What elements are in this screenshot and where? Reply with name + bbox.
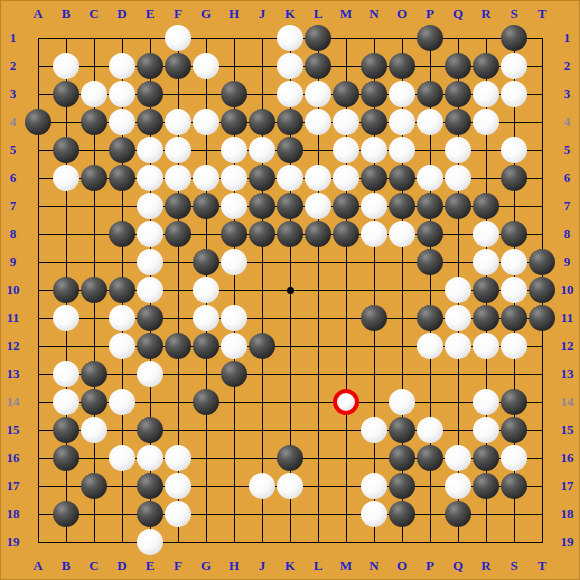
point-H2[interactable] <box>220 52 248 80</box>
white-stone-K17 <box>277 473 303 499</box>
point-T14[interactable] <box>528 388 556 416</box>
point-C1[interactable] <box>80 24 108 52</box>
point-R19[interactable] <box>472 528 500 556</box>
point-A12[interactable] <box>24 332 52 360</box>
row-label-8: 8 <box>558 220 576 248</box>
point-O19[interactable] <box>388 528 416 556</box>
row-label-2: 2 <box>558 52 576 80</box>
point-F11[interactable] <box>164 304 192 332</box>
point-A15[interactable] <box>24 416 52 444</box>
point-A11[interactable] <box>24 304 52 332</box>
point-S19[interactable] <box>500 528 528 556</box>
point-N1[interactable] <box>360 24 388 52</box>
point-M19[interactable] <box>332 528 360 556</box>
point-L12[interactable] <box>304 332 332 360</box>
point-T7[interactable] <box>528 192 556 220</box>
point-T19[interactable] <box>528 528 556 556</box>
white-stone-S16 <box>501 445 527 471</box>
point-T6[interactable] <box>528 164 556 192</box>
point-L18[interactable] <box>304 500 332 528</box>
point-K12[interactable] <box>276 332 304 360</box>
point-B1[interactable] <box>52 24 80 52</box>
black-stone-R16 <box>473 445 499 471</box>
point-L13[interactable] <box>304 360 332 388</box>
point-C9[interactable] <box>80 248 108 276</box>
point-C11[interactable] <box>80 304 108 332</box>
point-D6 <box>108 164 136 192</box>
point-Q9[interactable] <box>444 248 472 276</box>
point-N16[interactable] <box>360 444 388 472</box>
point-R5[interactable] <box>472 136 500 164</box>
point-A6[interactable] <box>24 164 52 192</box>
point-P11 <box>416 304 444 332</box>
white-stone-K3 <box>277 81 303 107</box>
point-T16[interactable] <box>528 444 556 472</box>
point-D7[interactable] <box>108 192 136 220</box>
white-stone-P6 <box>417 165 443 191</box>
point-Q15[interactable] <box>444 416 472 444</box>
point-C2[interactable] <box>80 52 108 80</box>
point-R6[interactable] <box>472 164 500 192</box>
row-label-9: 9 <box>558 248 576 276</box>
point-D9[interactable] <box>108 248 136 276</box>
point-T18[interactable] <box>528 500 556 528</box>
point-L17[interactable] <box>304 472 332 500</box>
point-S18[interactable] <box>500 500 528 528</box>
black-stone-C6 <box>81 165 107 191</box>
point-N12[interactable] <box>360 332 388 360</box>
white-stone-P4 <box>417 109 443 135</box>
row-label-3: 3 <box>558 80 576 108</box>
point-C19[interactable] <box>80 528 108 556</box>
point-M12[interactable] <box>332 332 360 360</box>
point-S13[interactable] <box>500 360 528 388</box>
black-stone-D8 <box>109 221 135 247</box>
black-stone-E18 <box>137 501 163 527</box>
point-F4 <box>164 108 192 136</box>
point-J3[interactable] <box>248 80 276 108</box>
point-P4 <box>416 108 444 136</box>
point-K15[interactable] <box>276 416 304 444</box>
row-label-1: 1 <box>4 24 22 52</box>
point-L19[interactable] <box>304 528 332 556</box>
point-C8[interactable] <box>80 220 108 248</box>
point-S10 <box>500 276 528 304</box>
point-K11[interactable] <box>276 304 304 332</box>
row-label-5: 5 <box>558 136 576 164</box>
black-stone-P1 <box>417 25 443 51</box>
col-label-L: L <box>304 557 332 575</box>
point-Q8[interactable] <box>444 220 472 248</box>
col-label-Q: Q <box>444 557 472 575</box>
point-J2[interactable] <box>248 52 276 80</box>
row-label-6: 6 <box>558 164 576 192</box>
point-N19[interactable] <box>360 528 388 556</box>
point-T4[interactable] <box>528 108 556 136</box>
white-stone-E13 <box>137 361 163 387</box>
point-O10[interactable] <box>388 276 416 304</box>
col-label-O: O <box>388 5 416 23</box>
point-G3[interactable] <box>192 80 220 108</box>
point-S7[interactable] <box>500 192 528 220</box>
point-J10[interactable] <box>248 276 276 304</box>
white-stone-B2 <box>53 53 79 79</box>
white-stone-R14 <box>473 389 499 415</box>
point-L4 <box>304 108 332 136</box>
point-O12[interactable] <box>388 332 416 360</box>
point-K14[interactable] <box>276 388 304 416</box>
point-K9[interactable] <box>276 248 304 276</box>
point-P17[interactable] <box>416 472 444 500</box>
white-stone-L7 <box>305 193 331 219</box>
point-P1 <box>416 24 444 52</box>
row-label-17: 17 <box>4 472 22 500</box>
point-Q4 <box>444 108 472 136</box>
point-D15[interactable] <box>108 416 136 444</box>
col-label-H: H <box>220 557 248 575</box>
point-Q6 <box>444 164 472 192</box>
point-G5[interactable] <box>192 136 220 164</box>
point-L16[interactable] <box>304 444 332 472</box>
white-stone-S12 <box>501 333 527 359</box>
point-M13[interactable] <box>332 360 360 388</box>
point-C18[interactable] <box>80 500 108 528</box>
point-N10[interactable] <box>360 276 388 304</box>
row-label-10: 10 <box>4 276 22 304</box>
point-O4 <box>388 108 416 136</box>
white-stone-S2 <box>501 53 527 79</box>
point-B16 <box>52 444 80 472</box>
row-label-6: 6 <box>4 164 22 192</box>
point-M11[interactable] <box>332 304 360 332</box>
point-L15[interactable] <box>304 416 332 444</box>
point-J18[interactable] <box>248 500 276 528</box>
white-stone-O5 <box>389 137 415 163</box>
point-F13[interactable] <box>164 360 192 388</box>
point-B17[interactable] <box>52 472 80 500</box>
point-C7[interactable] <box>80 192 108 220</box>
point-D10 <box>108 276 136 304</box>
point-A14[interactable] <box>24 388 52 416</box>
point-A1[interactable] <box>24 24 52 52</box>
point-R7 <box>472 192 500 220</box>
col-label-R: R <box>472 557 500 575</box>
point-H14[interactable] <box>220 388 248 416</box>
point-H12 <box>220 332 248 360</box>
black-stone-L2 <box>305 53 331 79</box>
column-labels-top: ABCDEFGHJKLMNOPQRST <box>24 5 556 23</box>
white-stone-G2 <box>193 53 219 79</box>
point-P13[interactable] <box>416 360 444 388</box>
point-A18[interactable] <box>24 500 52 528</box>
point-G19[interactable] <box>192 528 220 556</box>
point-N9[interactable] <box>360 248 388 276</box>
point-B12[interactable] <box>52 332 80 360</box>
point-G2 <box>192 52 220 80</box>
point-K13[interactable] <box>276 360 304 388</box>
point-F8 <box>164 220 192 248</box>
point-D18[interactable] <box>108 500 136 528</box>
point-H10[interactable] <box>220 276 248 304</box>
black-stone-Q18 <box>445 501 471 527</box>
point-R13[interactable] <box>472 360 500 388</box>
point-A3[interactable] <box>24 80 52 108</box>
point-G17[interactable] <box>192 472 220 500</box>
black-stone-T10 <box>529 277 555 303</box>
point-A5[interactable] <box>24 136 52 164</box>
point-E19 <box>136 528 164 556</box>
go-board-screen: ABCDEFGHJKLMNOPQRST ABCDEFGHJKLMNOPQRST … <box>0 0 580 580</box>
black-stone-J7 <box>249 193 275 219</box>
point-J6 <box>248 164 276 192</box>
white-stone-O3 <box>389 81 415 107</box>
point-G18[interactable] <box>192 500 220 528</box>
point-P8 <box>416 220 444 248</box>
col-label-H: H <box>220 5 248 23</box>
point-N14[interactable] <box>360 388 388 416</box>
white-stone-S3 <box>501 81 527 107</box>
point-P5[interactable] <box>416 136 444 164</box>
black-stone-Q2 <box>445 53 471 79</box>
black-stone-M8 <box>333 221 359 247</box>
point-D19[interactable] <box>108 528 136 556</box>
point-S14 <box>500 388 528 416</box>
point-P19[interactable] <box>416 528 444 556</box>
col-label-S: S <box>500 5 528 23</box>
point-J16[interactable] <box>248 444 276 472</box>
point-O1[interactable] <box>388 24 416 52</box>
point-M9[interactable] <box>332 248 360 276</box>
point-G16[interactable] <box>192 444 220 472</box>
point-M17[interactable] <box>332 472 360 500</box>
point-D16 <box>108 444 136 472</box>
point-D3 <box>108 80 136 108</box>
col-label-M: M <box>332 5 360 23</box>
white-stone-Q17 <box>445 473 471 499</box>
point-C5[interactable] <box>80 136 108 164</box>
point-Q14[interactable] <box>444 388 472 416</box>
white-stone-M6 <box>333 165 359 191</box>
point-L14[interactable] <box>304 388 332 416</box>
point-R18[interactable] <box>472 500 500 528</box>
point-B15 <box>52 416 80 444</box>
point-T5[interactable] <box>528 136 556 164</box>
point-J15[interactable] <box>248 416 276 444</box>
point-N8 <box>360 220 388 248</box>
point-M15[interactable] <box>332 416 360 444</box>
white-stone-J5 <box>249 137 275 163</box>
white-stone-E7 <box>137 193 163 219</box>
point-J13[interactable] <box>248 360 276 388</box>
point-A2[interactable] <box>24 52 52 80</box>
col-label-G: G <box>192 557 220 575</box>
point-E16 <box>136 444 164 472</box>
point-J14[interactable] <box>248 388 276 416</box>
point-A10[interactable] <box>24 276 52 304</box>
point-P18[interactable] <box>416 500 444 528</box>
white-stone-S9 <box>501 249 527 275</box>
point-P16 <box>416 444 444 472</box>
col-label-F: F <box>164 557 192 575</box>
point-J11[interactable] <box>248 304 276 332</box>
point-N13[interactable] <box>360 360 388 388</box>
point-R9 <box>472 248 500 276</box>
black-stone-G7 <box>193 193 219 219</box>
point-J7 <box>248 192 276 220</box>
point-K19[interactable] <box>276 528 304 556</box>
point-J1[interactable] <box>248 24 276 52</box>
point-H16[interactable] <box>220 444 248 472</box>
point-Q1[interactable] <box>444 24 472 52</box>
white-stone-D14 <box>109 389 135 415</box>
white-stone-G10 <box>193 277 219 303</box>
black-stone-C10 <box>81 277 107 303</box>
point-N6 <box>360 164 388 192</box>
point-T13[interactable] <box>528 360 556 388</box>
white-stone-N5 <box>361 137 387 163</box>
point-F14[interactable] <box>164 388 192 416</box>
white-stone-F1 <box>165 25 191 51</box>
point-E4 <box>136 108 164 136</box>
point-A16[interactable] <box>24 444 52 472</box>
point-Q11 <box>444 304 472 332</box>
point-T3[interactable] <box>528 80 556 108</box>
point-Q2 <box>444 52 472 80</box>
point-A7[interactable] <box>24 192 52 220</box>
point-O11[interactable] <box>388 304 416 332</box>
point-B7[interactable] <box>52 192 80 220</box>
point-P2[interactable] <box>416 52 444 80</box>
point-K18[interactable] <box>276 500 304 528</box>
white-stone-B14 <box>53 389 79 415</box>
point-F19[interactable] <box>164 528 192 556</box>
point-S5 <box>500 136 528 164</box>
point-F16 <box>164 444 192 472</box>
point-H8 <box>220 220 248 248</box>
point-R15 <box>472 416 500 444</box>
point-G14 <box>192 388 220 416</box>
point-H1[interactable] <box>220 24 248 52</box>
point-E14[interactable] <box>136 388 164 416</box>
point-L5[interactable] <box>304 136 332 164</box>
point-B4[interactable] <box>52 108 80 136</box>
white-stone-E6 <box>137 165 163 191</box>
point-P3 <box>416 80 444 108</box>
point-D17[interactable] <box>108 472 136 500</box>
point-G15[interactable] <box>192 416 220 444</box>
point-H6 <box>220 164 248 192</box>
row-label-8: 8 <box>4 220 22 248</box>
point-T2[interactable] <box>528 52 556 80</box>
point-R16 <box>472 444 500 472</box>
point-Q13[interactable] <box>444 360 472 388</box>
point-A9[interactable] <box>24 248 52 276</box>
point-O9[interactable] <box>388 248 416 276</box>
point-A17[interactable] <box>24 472 52 500</box>
point-T8[interactable] <box>528 220 556 248</box>
point-F9[interactable] <box>164 248 192 276</box>
point-M18[interactable] <box>332 500 360 528</box>
black-stone-J4 <box>249 109 275 135</box>
point-B9[interactable] <box>52 248 80 276</box>
white-stone-Q10 <box>445 277 471 303</box>
point-B8[interactable] <box>52 220 80 248</box>
point-D1[interactable] <box>108 24 136 52</box>
point-M16[interactable] <box>332 444 360 472</box>
point-T15[interactable] <box>528 416 556 444</box>
col-label-C: C <box>80 5 108 23</box>
point-L9[interactable] <box>304 248 332 276</box>
point-S4[interactable] <box>500 108 528 136</box>
point-G13[interactable] <box>192 360 220 388</box>
point-Q19[interactable] <box>444 528 472 556</box>
point-L10[interactable] <box>304 276 332 304</box>
point-P10[interactable] <box>416 276 444 304</box>
point-P14[interactable] <box>416 388 444 416</box>
point-K2 <box>276 52 304 80</box>
point-F15[interactable] <box>164 416 192 444</box>
point-F10[interactable] <box>164 276 192 304</box>
point-B19[interactable] <box>52 528 80 556</box>
col-label-J: J <box>248 557 276 575</box>
point-M10[interactable] <box>332 276 360 304</box>
point-H17[interactable] <box>220 472 248 500</box>
point-H18[interactable] <box>220 500 248 528</box>
black-stone-F12 <box>165 333 191 359</box>
point-J9[interactable] <box>248 248 276 276</box>
point-M2[interactable] <box>332 52 360 80</box>
point-C12[interactable] <box>80 332 108 360</box>
point-E1[interactable] <box>136 24 164 52</box>
point-K10[interactable] <box>276 276 304 304</box>
white-stone-L3 <box>305 81 331 107</box>
point-D11 <box>108 304 136 332</box>
col-label-E: E <box>136 557 164 575</box>
point-A13[interactable] <box>24 360 52 388</box>
point-A8[interactable] <box>24 220 52 248</box>
point-A19[interactable] <box>24 528 52 556</box>
point-M1[interactable] <box>332 24 360 52</box>
point-G8[interactable] <box>192 220 220 248</box>
point-H15[interactable] <box>220 416 248 444</box>
row-label-13: 13 <box>4 360 22 388</box>
row-label-12: 12 <box>4 332 22 360</box>
point-G1[interactable] <box>192 24 220 52</box>
point-B2 <box>52 52 80 80</box>
point-F3[interactable] <box>164 80 192 108</box>
black-stone-N2 <box>361 53 387 79</box>
black-stone-R10 <box>473 277 499 303</box>
black-stone-S6 <box>501 165 527 191</box>
point-T1[interactable] <box>528 24 556 52</box>
point-T12[interactable] <box>528 332 556 360</box>
point-L11[interactable] <box>304 304 332 332</box>
black-stone-G9 <box>193 249 219 275</box>
point-R1[interactable] <box>472 24 500 52</box>
white-stone-B6 <box>53 165 79 191</box>
point-D4 <box>108 108 136 136</box>
point-H11 <box>220 304 248 332</box>
point-T17[interactable] <box>528 472 556 500</box>
point-C16[interactable] <box>80 444 108 472</box>
white-stone-F4 <box>165 109 191 135</box>
point-O13[interactable] <box>388 360 416 388</box>
point-G4 <box>192 108 220 136</box>
point-J19[interactable] <box>248 528 276 556</box>
point-D13[interactable] <box>108 360 136 388</box>
point-R12 <box>472 332 500 360</box>
point-H19[interactable] <box>220 528 248 556</box>
